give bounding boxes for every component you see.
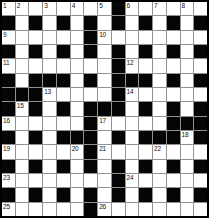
white-cell-r12c4[interactable] [43,160,56,173]
white-cell-r15c8[interactable]: 26 [98,203,111,216]
white-cell-r5c12[interactable] [153,59,166,72]
white-cell-r7c15[interactable] [194,88,207,101]
white-cell-r6c6[interactable] [71,74,84,87]
white-cell-r2c8[interactable] [98,16,111,29]
black-cell-r10c15 [194,131,207,144]
white-cell-r3c1[interactable]: 9 [2,31,15,44]
white-cell-r11c12[interactable]: 22 [153,145,166,158]
clue-number-25: 25 [3,203,10,210]
black-cell-r7c2 [16,88,29,101]
white-cell-r10c10[interactable] [126,131,139,144]
white-cell-r11c9[interactable] [112,145,125,158]
white-cell-r11c5[interactable] [57,145,70,158]
clue-number-13: 13 [44,88,51,95]
white-cell-r2c10[interactable] [126,16,139,29]
black-cell-r4c9 [112,45,125,58]
black-cell-r14c15 [194,188,207,201]
clue-number-22: 22 [154,145,161,152]
white-cell-r8c14[interactable] [181,102,194,115]
black-cell-r8c11 [139,102,152,115]
black-cell-r6c1 [2,74,15,87]
white-cell-r15c10[interactable] [126,203,139,216]
white-cell-r8c6[interactable] [71,102,84,115]
white-cell-r9c8[interactable]: 17 [98,117,111,130]
black-cell-r14c9 [112,188,125,201]
white-cell-r14c10[interactable] [126,188,139,201]
white-cell-r7c13[interactable] [167,88,180,101]
clue-number-2: 2 [17,2,20,9]
white-cell-r7c10[interactable]: 14 [126,88,139,101]
white-cell-r3c2[interactable] [16,31,29,44]
white-cell-r7c5[interactable] [57,88,70,101]
white-cell-r11c14[interactable] [181,145,194,158]
white-cell-r2c12[interactable] [153,16,166,29]
white-cell-r1c14[interactable]: 8 [181,2,194,15]
white-cell-r9c4[interactable] [43,117,56,130]
white-cell-r3c14[interactable] [181,31,194,44]
white-cell-r1c8[interactable]: 5 [98,2,111,15]
white-cell-r9c5[interactable] [57,117,70,130]
black-cell-r2c13 [167,16,180,29]
white-cell-r1c12[interactable]: 7 [153,2,166,15]
crossword-grid: 1234567891011121314151617181920212223242… [0,0,209,218]
white-cell-r15c2[interactable] [16,203,29,216]
black-cell-r10c12 [153,131,166,144]
white-cell-r4c14[interactable] [181,45,194,58]
black-cell-r2c1 [2,16,15,29]
black-cell-r7c1 [2,88,15,101]
white-cell-r5c10[interactable]: 12 [126,59,139,72]
black-cell-r14c1 [2,188,15,201]
white-cell-r13c12[interactable] [153,174,166,187]
clue-number-15: 15 [17,102,24,109]
black-cell-r6c10 [126,74,139,87]
black-cell-r12c1 [2,160,15,173]
white-cell-r11c1[interactable]: 19 [2,145,15,158]
black-cell-r10c9 [112,131,125,144]
clue-number-21: 21 [99,145,106,152]
black-cell-r12c13 [167,160,180,173]
black-cell-r6c5 [57,74,70,87]
white-cell-r7c6[interactable] [71,88,84,101]
white-cell-r6c8[interactable] [98,74,111,87]
white-cell-r15c1[interactable]: 25 [2,203,15,216]
white-cell-r11c6[interactable]: 20 [71,145,84,158]
white-cell-r1c15[interactable] [194,2,207,15]
white-cell-r15c15[interactable] [194,203,207,216]
black-cell-r5c9 [112,59,125,72]
white-cell-r7c14[interactable] [181,88,194,101]
clue-number-11: 11 [3,59,9,66]
white-cell-r13c8[interactable] [98,174,111,187]
black-cell-r14c3 [29,188,42,201]
white-cell-r9c2[interactable] [16,117,29,130]
white-cell-r5c8[interactable] [98,59,111,72]
white-cell-r15c9[interactable] [112,203,125,216]
white-cell-r2c2[interactable] [16,16,29,29]
black-cell-r2c11 [139,16,152,29]
black-cell-r2c15 [194,16,207,29]
white-cell-r1c2[interactable]: 2 [16,2,29,15]
white-cell-r14c8[interactable] [98,188,111,201]
white-cell-r1c5[interactable] [57,2,70,15]
black-cell-r9c14 [181,117,194,130]
black-cell-r8c5 [57,102,70,115]
white-cell-r8c10[interactable] [126,102,139,115]
white-cell-r5c3[interactable] [29,59,42,72]
white-cell-r8c4[interactable] [43,102,56,115]
black-cell-r7c9 [112,88,125,101]
clue-number-17: 17 [99,117,106,124]
black-cell-r12c3 [29,160,42,173]
white-cell-r13c15[interactable] [194,174,207,187]
black-cell-r4c1 [2,45,15,58]
white-cell-r9c1[interactable]: 16 [2,117,15,130]
white-cell-r11c2[interactable] [16,145,29,158]
black-cell-r8c13 [167,102,180,115]
black-cell-r4c13 [167,45,180,58]
black-cell-r8c8 [98,102,111,115]
white-cell-r15c13[interactable] [167,203,180,216]
white-cell-r5c7[interactable] [84,59,97,72]
black-cell-r14c11 [139,188,152,201]
white-cell-r15c6[interactable] [71,203,84,216]
white-cell-r1c10[interactable]: 6 [126,2,139,15]
white-cell-r2c4[interactable] [43,16,56,29]
white-cell-r11c3[interactable] [29,145,42,158]
white-cell-r15c12[interactable] [153,203,166,216]
white-cell-r9c10[interactable] [126,117,139,130]
black-cell-r14c13 [167,188,180,201]
black-cell-r9c7 [84,117,97,130]
black-cell-r12c15 [194,160,207,173]
clue-number-26: 26 [99,203,106,210]
clue-number-18: 18 [182,131,189,138]
white-cell-r7c4[interactable]: 13 [43,88,56,101]
black-cell-r14c7 [84,188,97,201]
white-cell-r10c14[interactable]: 18 [181,131,194,144]
white-cell-r2c14[interactable] [181,16,194,29]
white-cell-r9c6[interactable] [71,117,84,130]
white-cell-r8c2[interactable]: 15 [16,102,29,115]
white-cell-r4c4[interactable] [43,45,56,58]
white-cell-r11c10[interactable] [126,145,139,158]
black-cell-r8c9 [112,102,125,115]
clue-number-6: 6 [127,2,130,9]
black-cell-r10c6 [71,131,84,144]
black-cell-r2c3 [29,16,42,29]
crossword-puzzle: 1234567891011121314151617181920212223242… [0,0,209,218]
white-cell-r10c4[interactable] [43,131,56,144]
white-cell-r1c4[interactable]: 3 [43,2,56,15]
white-cell-r13c13[interactable] [167,174,180,187]
black-cell-r12c7 [84,160,97,173]
white-cell-r5c6[interactable] [71,59,84,72]
white-cell-r15c14[interactable] [181,203,194,216]
white-cell-r3c5[interactable] [57,31,70,44]
white-cell-r1c11[interactable] [139,2,152,15]
white-cell-r13c14[interactable] [181,174,194,187]
black-cell-r6c13 [167,74,180,87]
white-cell-r12c6[interactable] [71,160,84,173]
white-cell-r11c15[interactable] [194,145,207,158]
black-cell-r12c11 [139,160,152,173]
black-cell-r6c9 [112,74,125,87]
white-cell-r13c10[interactable]: 24 [126,174,139,187]
black-cell-r7c3 [29,88,42,101]
white-cell-r11c11[interactable] [139,145,152,158]
black-cell-r10c7 [84,131,97,144]
clue-number-7: 7 [154,2,157,9]
white-cell-r7c11[interactable] [139,88,152,101]
white-cell-r5c4[interactable] [43,59,56,72]
white-cell-r5c14[interactable] [181,59,194,72]
white-cell-r3c12[interactable] [153,31,166,44]
black-cell-r12c5 [57,160,70,173]
white-cell-r1c1[interactable]: 1 [2,2,15,15]
white-cell-r9c3[interactable] [29,117,42,130]
black-cell-r4c7 [84,45,97,58]
white-cell-r12c14[interactable] [181,160,194,173]
clue-number-19: 19 [3,145,10,152]
white-cell-r15c3[interactable] [29,203,42,216]
white-cell-r12c8[interactable] [98,160,111,173]
white-cell-r3c6[interactable] [71,31,84,44]
black-cell-r10c3 [29,131,42,144]
black-cell-r2c5 [57,16,70,29]
black-cell-r10c5 [57,131,70,144]
white-cell-r1c13[interactable] [167,2,180,15]
white-cell-r15c5[interactable] [57,203,70,216]
black-cell-r10c1 [2,131,15,144]
white-cell-r14c14[interactable] [181,188,194,201]
black-cell-r15c7 [84,203,97,216]
white-cell-r8c12[interactable] [153,102,166,115]
black-cell-r8c3 [29,102,42,115]
white-cell-r11c13[interactable] [167,145,180,158]
clue-number-12: 12 [127,59,134,66]
black-cell-r4c5 [57,45,70,58]
white-cell-r5c5[interactable] [57,59,70,72]
clue-number-5: 5 [99,2,102,9]
white-cell-r3c8[interactable]: 10 [98,31,111,44]
white-cell-r6c14[interactable] [181,74,194,87]
clue-number-10: 10 [99,31,106,38]
white-cell-r9c9[interactable] [112,117,125,130]
white-cell-r3c15[interactable] [194,31,207,44]
white-cell-r4c10[interactable] [126,45,139,58]
white-cell-r7c7[interactable] [84,88,97,101]
white-cell-r9c12[interactable] [153,117,166,130]
white-cell-r9c11[interactable] [139,117,152,130]
white-cell-r10c2[interactable] [16,131,29,144]
clue-number-14: 14 [127,88,134,95]
clue-number-9: 9 [3,31,6,38]
white-cell-r6c12[interactable] [153,74,166,87]
white-cell-r5c15[interactable] [194,59,207,72]
clue-number-16: 16 [3,117,10,124]
black-cell-r9c15 [194,117,207,130]
black-cell-r10c13 [167,131,180,144]
white-cell-r5c1[interactable]: 11 [2,59,15,72]
black-cell-r4c11 [139,45,152,58]
black-cell-r6c15 [194,74,207,87]
black-cell-r6c4 [43,74,56,87]
white-cell-r1c3[interactable] [29,2,42,15]
white-cell-r11c8[interactable]: 21 [98,145,111,158]
white-cell-r11c4[interactable] [43,145,56,158]
clue-number-3: 3 [44,2,47,9]
white-cell-r2c6[interactable] [71,16,84,29]
black-cell-r6c7 [84,74,97,87]
white-cell-r3c13[interactable] [167,31,180,44]
white-cell-r3c9[interactable] [112,31,125,44]
black-cell-r12c9 [112,160,125,173]
white-cell-r13c7[interactable] [84,174,97,187]
black-cell-r2c7 [84,16,97,29]
white-cell-r14c12[interactable] [153,188,166,201]
white-cell-r5c11[interactable] [139,59,152,72]
white-cell-r13c6[interactable] [71,174,84,187]
white-cell-r14c6[interactable] [71,188,84,201]
clue-number-23: 23 [3,174,10,181]
white-cell-r3c10[interactable] [126,31,139,44]
white-cell-r13c2[interactable] [16,174,29,187]
black-cell-r9c13 [167,117,180,130]
clue-number-20: 20 [72,145,79,152]
white-cell-r4c8[interactable] [98,45,111,58]
white-cell-r5c13[interactable] [167,59,180,72]
white-cell-r4c2[interactable] [16,45,29,58]
white-cell-r13c4[interactable] [43,174,56,187]
white-cell-r3c4[interactable] [43,31,56,44]
white-cell-r13c5[interactable] [57,174,70,187]
white-cell-r14c4[interactable] [43,188,56,201]
clue-number-1: 1 [3,2,6,9]
white-cell-r12c2[interactable] [16,160,29,173]
white-cell-r1c6[interactable]: 4 [71,2,84,15]
white-cell-r3c11[interactable] [139,31,152,44]
white-cell-r4c12[interactable] [153,45,166,58]
white-cell-r14c2[interactable] [16,188,29,201]
black-cell-r13c9 [112,174,125,187]
white-cell-r13c3[interactable] [29,174,42,187]
black-cell-r11c7 [84,145,97,158]
black-cell-r4c3 [29,45,42,58]
white-cell-r6c2[interactable] [16,74,29,87]
white-cell-r7c8[interactable] [98,88,111,101]
white-cell-r15c4[interactable] [43,203,56,216]
black-cell-r4c15 [194,45,207,58]
white-cell-r13c1[interactable]: 23 [2,174,15,187]
clue-number-4: 4 [72,2,75,9]
white-cell-r7c12[interactable] [153,88,166,101]
black-cell-r8c1 [2,102,15,115]
white-cell-r15c11[interactable] [139,203,152,216]
clue-number-24: 24 [127,174,134,181]
clue-number-8: 8 [182,2,185,9]
black-cell-r14c5 [57,188,70,201]
black-cell-r1c9 [112,2,125,15]
black-cell-r6c11 [139,74,152,87]
white-cell-r4c6[interactable] [71,45,84,58]
white-cell-r10c8[interactable] [98,131,111,144]
white-cell-r13c11[interactable] [139,174,152,187]
black-cell-r2c9 [112,16,125,29]
white-cell-r12c10[interactable] [126,160,139,173]
black-cell-r8c15 [194,102,207,115]
black-cell-r8c7 [84,102,97,115]
black-cell-r10c11 [139,131,152,144]
white-cell-r1c7[interactable] [84,2,97,15]
black-cell-r3c7 [84,31,97,44]
white-cell-r3c3[interactable] [29,31,42,44]
black-cell-r6c3 [29,74,42,87]
white-cell-r12c12[interactable] [153,160,166,173]
white-cell-r5c2[interactable] [16,59,29,72]
